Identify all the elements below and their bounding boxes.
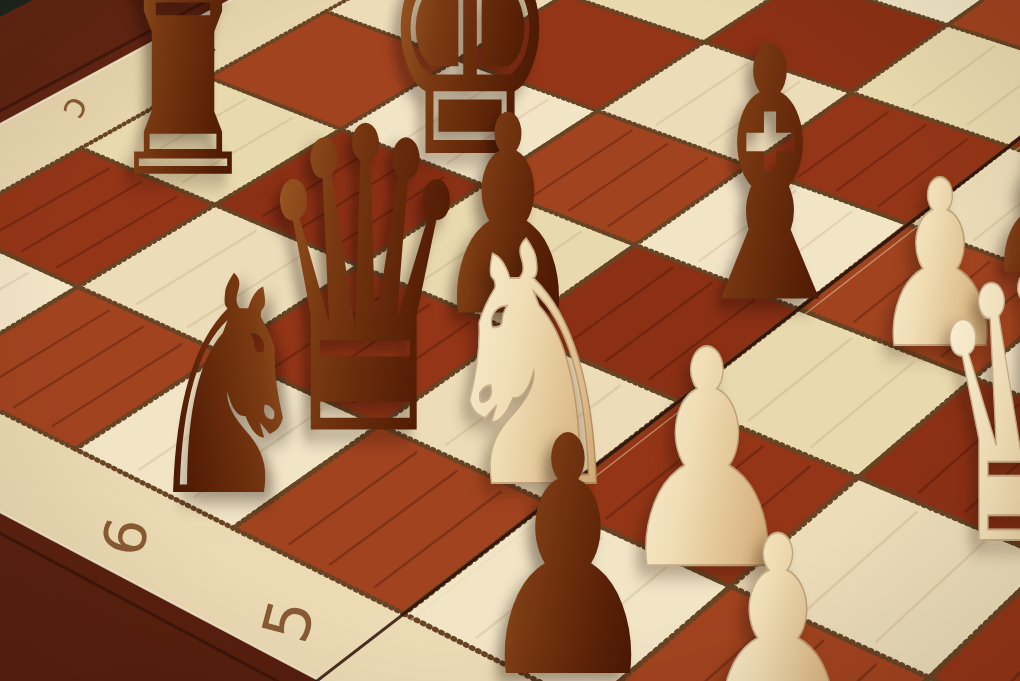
chess-photo-scene: cd65 ♚♜♟♝♟♟♛♞♞♛♟♟♟ bbox=[0, 0, 1020, 681]
chess-board: cd65 bbox=[0, 0, 1020, 681]
